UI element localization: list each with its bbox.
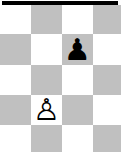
square-r3-c2[interactable] <box>62 95 93 125</box>
square-r0-c2[interactable] <box>62 5 93 34</box>
black-pawn[interactable]: ♟ <box>64 35 91 65</box>
square-r4-c1[interactable] <box>31 125 62 152</box>
square-r2-c0[interactable] <box>0 65 31 95</box>
square-r4-c2[interactable] <box>62 125 93 152</box>
square-r4-c3[interactable] <box>93 125 121 152</box>
chess-board[interactable]: ♟♙ <box>0 5 121 152</box>
square-r1-c3[interactable] <box>93 34 121 65</box>
square-r3-c0[interactable] <box>0 95 31 125</box>
chess-diagram: ♟♙ <box>0 0 121 152</box>
square-r3-c1[interactable]: ♙ <box>31 95 62 125</box>
square-r3-c3[interactable] <box>93 95 121 125</box>
square-r2-c2[interactable] <box>62 65 93 95</box>
square-r2-c1[interactable] <box>31 65 62 95</box>
square-r1-c0[interactable] <box>0 34 31 65</box>
square-r1-c1[interactable] <box>31 34 62 65</box>
square-r2-c3[interactable] <box>93 65 121 95</box>
square-r1-c2[interactable]: ♟ <box>62 34 93 65</box>
square-r4-c0[interactable] <box>0 125 31 152</box>
white-pawn[interactable]: ♙ <box>33 95 60 125</box>
square-r0-c1[interactable] <box>31 5 62 34</box>
square-r0-c3[interactable] <box>93 5 121 34</box>
square-r0-c0[interactable] <box>0 5 31 34</box>
